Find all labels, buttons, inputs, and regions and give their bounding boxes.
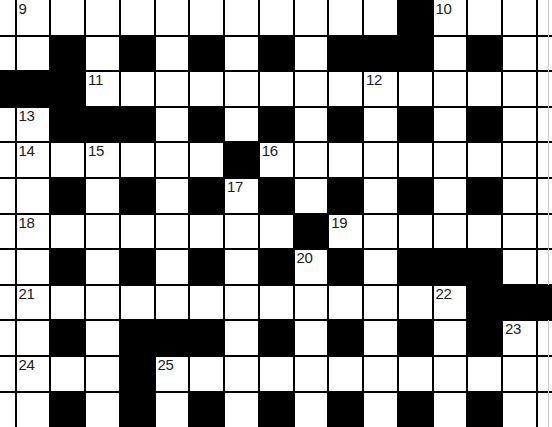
white-cell[interactable] <box>224 0 259 36</box>
white-cell[interactable] <box>155 392 190 427</box>
black-cell <box>189 392 224 427</box>
white-cell[interactable] <box>363 356 398 392</box>
black-cell <box>50 71 85 107</box>
black-cell <box>189 107 224 143</box>
black-cell <box>259 178 294 214</box>
white-cell[interactable] <box>537 178 552 214</box>
white-cell[interactable] <box>16 320 51 356</box>
white-cell[interactable] <box>294 71 329 107</box>
white-cell[interactable] <box>398 71 433 107</box>
black-cell <box>398 36 433 72</box>
black-cell <box>189 249 224 285</box>
white-cell[interactable] <box>433 214 468 250</box>
white-cell[interactable] <box>537 107 552 143</box>
white-cell[interactable] <box>467 142 502 178</box>
white-cell[interactable] <box>537 142 552 178</box>
black-cell <box>120 36 155 72</box>
white-cell[interactable] <box>433 320 468 356</box>
white-cell[interactable] <box>502 320 537 356</box>
black-cell <box>155 320 190 356</box>
black-cell <box>328 320 363 356</box>
white-cell[interactable] <box>433 36 468 72</box>
right-edge-line <box>548 0 549 427</box>
black-cell <box>467 36 502 72</box>
black-cell <box>537 285 552 321</box>
white-cell[interactable] <box>155 356 190 392</box>
white-cell[interactable] <box>0 285 16 321</box>
white-cell[interactable] <box>224 249 259 285</box>
white-cell[interactable] <box>363 142 398 178</box>
black-cell <box>120 356 155 392</box>
white-cell[interactable] <box>259 71 294 107</box>
crossword-board: 910111213141516171819202122232425 <box>0 0 552 427</box>
white-cell[interactable] <box>537 36 552 72</box>
white-cell[interactable] <box>328 285 363 321</box>
black-cell <box>50 178 85 214</box>
white-cell[interactable] <box>0 142 16 178</box>
white-cell[interactable] <box>502 36 537 72</box>
white-cell[interactable] <box>155 285 190 321</box>
white-cell[interactable] <box>155 71 190 107</box>
black-cell <box>50 107 85 143</box>
white-cell[interactable] <box>120 214 155 250</box>
white-cell[interactable] <box>85 249 120 285</box>
black-cell <box>120 178 155 214</box>
black-cell <box>398 107 433 143</box>
white-cell[interactable] <box>363 392 398 427</box>
white-cell[interactable] <box>16 36 51 72</box>
black-cell <box>398 392 433 427</box>
white-cell[interactable] <box>433 392 468 427</box>
white-cell[interactable] <box>294 249 329 285</box>
white-cell[interactable] <box>0 36 16 72</box>
white-cell[interactable] <box>294 36 329 72</box>
white-cell[interactable] <box>50 356 85 392</box>
white-cell[interactable] <box>120 142 155 178</box>
white-cell[interactable] <box>328 214 363 250</box>
white-cell[interactable] <box>537 356 552 392</box>
white-cell[interactable] <box>502 249 537 285</box>
white-cell[interactable] <box>433 0 468 36</box>
white-cell[interactable] <box>433 142 468 178</box>
black-cell <box>467 320 502 356</box>
white-cell[interactable] <box>537 0 552 36</box>
white-cell[interactable] <box>16 214 51 250</box>
white-cell[interactable] <box>0 392 16 427</box>
black-cell <box>259 320 294 356</box>
black-cell <box>467 392 502 427</box>
white-cell[interactable] <box>502 107 537 143</box>
white-cell[interactable] <box>398 285 433 321</box>
white-cell[interactable] <box>259 356 294 392</box>
black-cell <box>398 178 433 214</box>
white-cell[interactable] <box>85 356 120 392</box>
white-cell[interactable] <box>155 107 190 143</box>
white-cell[interactable] <box>502 178 537 214</box>
white-cell[interactable] <box>0 320 16 356</box>
white-cell[interactable] <box>155 249 190 285</box>
black-cell <box>363 36 398 72</box>
black-cell <box>328 178 363 214</box>
white-cell[interactable] <box>467 0 502 36</box>
white-cell[interactable] <box>85 285 120 321</box>
white-cell[interactable] <box>16 392 51 427</box>
white-cell[interactable] <box>224 392 259 427</box>
white-cell[interactable] <box>467 71 502 107</box>
white-cell[interactable] <box>155 214 190 250</box>
white-cell[interactable] <box>16 0 51 36</box>
crossword-screenshot: 910111213141516171819202122232425 <box>0 0 552 427</box>
black-cell <box>50 249 85 285</box>
white-cell[interactable] <box>189 71 224 107</box>
white-cell[interactable] <box>363 285 398 321</box>
black-cell <box>259 107 294 143</box>
white-cell[interactable] <box>0 178 16 214</box>
white-cell[interactable] <box>0 0 16 36</box>
white-cell[interactable] <box>537 320 552 356</box>
white-cell[interactable] <box>294 285 329 321</box>
white-cell[interactable] <box>0 249 16 285</box>
white-cell[interactable] <box>328 142 363 178</box>
black-cell <box>16 71 51 107</box>
black-cell <box>120 249 155 285</box>
white-cell[interactable] <box>259 142 294 178</box>
white-cell[interactable] <box>433 107 468 143</box>
white-cell[interactable] <box>155 178 190 214</box>
black-cell <box>294 214 329 250</box>
white-cell[interactable] <box>363 178 398 214</box>
white-cell[interactable] <box>537 249 552 285</box>
white-cell[interactable] <box>85 142 120 178</box>
black-cell <box>120 320 155 356</box>
white-cell[interactable] <box>467 356 502 392</box>
white-cell[interactable] <box>50 142 85 178</box>
white-cell[interactable] <box>433 356 468 392</box>
black-cell <box>0 71 16 107</box>
white-cell[interactable] <box>155 36 190 72</box>
white-cell[interactable] <box>224 71 259 107</box>
white-cell[interactable] <box>50 214 85 250</box>
white-cell[interactable] <box>433 285 468 321</box>
white-cell[interactable] <box>502 392 537 427</box>
white-cell[interactable] <box>85 71 120 107</box>
black-cell <box>50 320 85 356</box>
white-cell[interactable] <box>259 0 294 36</box>
white-cell[interactable] <box>189 142 224 178</box>
white-cell[interactable] <box>189 0 224 36</box>
white-cell[interactable] <box>502 356 537 392</box>
white-cell[interactable] <box>259 214 294 250</box>
white-cell[interactable] <box>294 320 329 356</box>
white-cell[interactable] <box>537 214 552 250</box>
black-cell <box>328 249 363 285</box>
white-cell[interactable] <box>16 178 51 214</box>
white-cell[interactable] <box>0 107 16 143</box>
black-cell <box>467 285 502 321</box>
white-cell[interactable] <box>16 285 51 321</box>
white-cell[interactable] <box>85 392 120 427</box>
white-cell[interactable] <box>50 0 85 36</box>
white-cell[interactable] <box>433 71 468 107</box>
white-cell[interactable] <box>363 249 398 285</box>
white-cell[interactable] <box>467 214 502 250</box>
white-cell[interactable] <box>16 249 51 285</box>
white-cell[interactable] <box>189 285 224 321</box>
black-cell <box>467 107 502 143</box>
white-cell[interactable] <box>363 0 398 36</box>
white-cell[interactable] <box>328 356 363 392</box>
black-cell <box>259 36 294 72</box>
black-cell <box>120 107 155 143</box>
white-cell[interactable] <box>85 320 120 356</box>
white-cell[interactable] <box>224 36 259 72</box>
white-cell[interactable] <box>363 71 398 107</box>
white-cell[interactable] <box>16 142 51 178</box>
white-cell[interactable] <box>537 392 552 427</box>
white-cell[interactable] <box>363 107 398 143</box>
black-cell <box>328 36 363 72</box>
white-cell[interactable] <box>294 356 329 392</box>
white-cell[interactable] <box>0 214 16 250</box>
white-cell[interactable] <box>502 71 537 107</box>
white-cell[interactable] <box>363 214 398 250</box>
white-cell[interactable] <box>294 0 329 36</box>
black-cell <box>259 392 294 427</box>
white-cell[interactable] <box>120 285 155 321</box>
white-cell[interactable] <box>120 71 155 107</box>
black-cell <box>189 178 224 214</box>
white-cell[interactable] <box>294 142 329 178</box>
white-cell[interactable] <box>294 392 329 427</box>
black-cell <box>502 285 537 321</box>
black-cell <box>50 392 85 427</box>
white-cell[interactable] <box>537 71 552 107</box>
black-cell <box>259 249 294 285</box>
white-cell[interactable] <box>0 356 16 392</box>
white-cell[interactable] <box>224 356 259 392</box>
white-cell[interactable] <box>189 356 224 392</box>
white-cell[interactable] <box>502 142 537 178</box>
white-cell[interactable] <box>85 214 120 250</box>
white-cell[interactable] <box>294 178 329 214</box>
white-cell[interactable] <box>50 285 85 321</box>
white-cell[interactable] <box>120 0 155 36</box>
white-cell[interactable] <box>224 178 259 214</box>
white-cell[interactable] <box>85 36 120 72</box>
white-cell[interactable] <box>85 178 120 214</box>
white-cell[interactable] <box>328 71 363 107</box>
black-cell <box>433 249 468 285</box>
black-cell <box>398 249 433 285</box>
white-cell[interactable] <box>16 107 51 143</box>
black-cell <box>467 178 502 214</box>
white-cell[interactable] <box>328 0 363 36</box>
black-cell <box>50 36 85 72</box>
white-cell[interactable] <box>259 285 294 321</box>
white-cell[interactable] <box>363 320 398 356</box>
white-cell[interactable] <box>398 142 433 178</box>
white-cell[interactable] <box>224 320 259 356</box>
white-cell[interactable] <box>433 178 468 214</box>
white-cell[interactable] <box>224 214 259 250</box>
white-cell[interactable] <box>502 0 537 36</box>
black-cell <box>398 0 433 36</box>
white-cell[interactable] <box>155 0 190 36</box>
black-cell <box>224 142 259 178</box>
black-cell <box>85 107 120 143</box>
white-cell[interactable] <box>502 214 537 250</box>
black-cell <box>120 392 155 427</box>
white-cell[interactable] <box>224 285 259 321</box>
white-cell[interactable] <box>16 356 51 392</box>
white-cell[interactable] <box>189 214 224 250</box>
white-cell[interactable] <box>224 107 259 143</box>
white-cell[interactable] <box>294 107 329 143</box>
black-cell <box>328 392 363 427</box>
white-cell[interactable] <box>398 214 433 250</box>
black-cell <box>398 320 433 356</box>
white-cell[interactable] <box>155 142 190 178</box>
white-cell[interactable] <box>398 356 433 392</box>
white-cell[interactable] <box>85 0 120 36</box>
black-cell <box>328 107 363 143</box>
black-cell <box>189 320 224 356</box>
black-cell <box>467 249 502 285</box>
black-cell <box>189 36 224 72</box>
